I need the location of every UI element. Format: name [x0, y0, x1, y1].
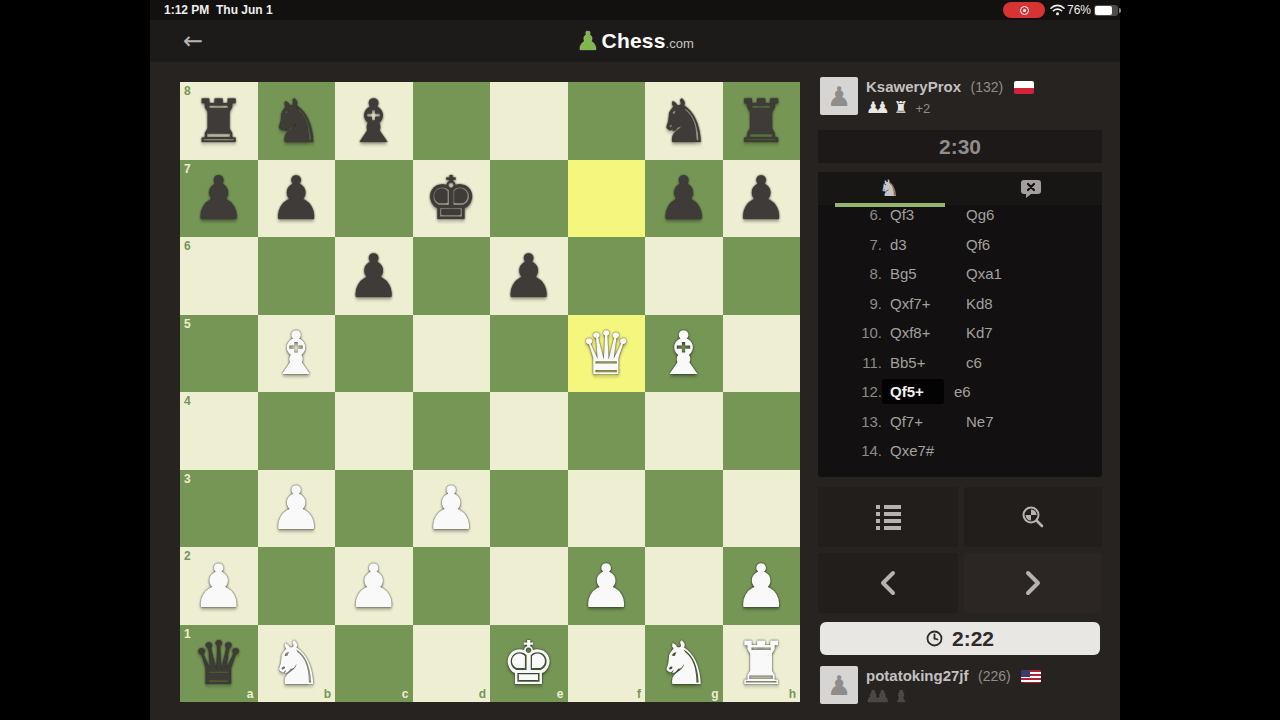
- square-h2[interactable]: ♟: [723, 547, 801, 625]
- black-move-10[interactable]: Kd7: [966, 324, 993, 341]
- next-move-button[interactable]: [964, 553, 1102, 613]
- captured-white-rook: ♜: [894, 98, 903, 117]
- move-number: 7.: [818, 236, 882, 253]
- square-b7[interactable]: ♟: [258, 160, 336, 238]
- square-e2[interactable]: [490, 547, 568, 625]
- black-queen-a1: ♛: [192, 633, 246, 693]
- white-move-11[interactable]: Bb5+: [890, 354, 966, 371]
- white-move-14[interactable]: Qxe7#: [890, 442, 966, 459]
- square-h4[interactable]: [723, 392, 801, 470]
- battery-nub: [1119, 8, 1121, 13]
- battery-percent: 76%: [1067, 3, 1091, 17]
- square-e3[interactable]: [490, 470, 568, 548]
- square-e5[interactable]: [490, 315, 568, 393]
- black-pawn-e6: ♟: [502, 246, 556, 306]
- square-d3[interactable]: ♟: [413, 470, 491, 548]
- top-player-captured: ♟♟♜ +2: [866, 99, 930, 117]
- file-label-g: g: [711, 687, 718, 701]
- avatar-pawn-icon: ♟: [827, 83, 851, 110]
- move-row-8: 8.Bg5Qxa1: [818, 259, 1102, 289]
- clock-icon: [926, 630, 943, 647]
- panel-tabs: ♞: [818, 172, 1102, 205]
- black-bishop-c8: ♝: [347, 91, 401, 151]
- square-d4[interactable]: [413, 392, 491, 470]
- square-b1[interactable]: b♞: [258, 625, 336, 703]
- top-player-rating: (132): [971, 79, 1004, 95]
- square-b8[interactable]: ♞: [258, 82, 336, 160]
- logo-text: Chess: [602, 29, 666, 53]
- avatar-bottom-player[interactable]: ♟: [820, 666, 858, 704]
- square-b5[interactable]: ♝: [258, 315, 336, 393]
- bottom-player-row[interactable]: potatoking27jf (226): [866, 667, 1041, 685]
- square-h5[interactable]: [723, 315, 801, 393]
- chess-board: 8♜♞♝♞♜7♟♟♚♟♟6♟♟5♝♛♝43♟♟2♟♟♟♟1a♛b♞cde♚fg♞…: [180, 82, 800, 702]
- square-h7[interactable]: ♟: [723, 160, 801, 238]
- square-b4[interactable]: [258, 392, 336, 470]
- knight-icon: ♞: [879, 177, 900, 200]
- move-list: 6.Qf3Qg67.d3Qf68.Bg5Qxa19.Qxf7+Kd810.Qxf…: [818, 200, 1102, 466]
- black-king-d7: ♚: [424, 168, 478, 228]
- list-icon: [876, 505, 901, 530]
- status-bar: 1:12 PM Thu Jun 1 76%: [150, 0, 1120, 20]
- square-c6[interactable]: ♟: [335, 237, 413, 315]
- white-move-7[interactable]: d3: [890, 236, 966, 253]
- square-e6[interactable]: ♟: [490, 237, 568, 315]
- square-a2[interactable]: 2♟: [180, 547, 258, 625]
- previous-move-button[interactable]: [818, 553, 958, 613]
- white-move-13[interactable]: Qf7+: [890, 413, 966, 430]
- square-c8[interactable]: ♝: [335, 82, 413, 160]
- rank-label-3: 3: [184, 472, 191, 486]
- square-h3[interactable]: [723, 470, 801, 548]
- square-a1[interactable]: 1a♛: [180, 625, 258, 703]
- white-pawn-h2: ♟: [734, 556, 788, 616]
- black-move-8[interactable]: Qxa1: [966, 265, 1002, 282]
- square-g1[interactable]: g♞: [645, 625, 723, 703]
- white-pawn-a2: ♟: [192, 556, 246, 616]
- white-king-e1: ♚: [502, 633, 556, 693]
- square-f6[interactable]: [568, 237, 646, 315]
- square-c7[interactable]: [335, 160, 413, 238]
- square-a7[interactable]: 7♟: [180, 160, 258, 238]
- square-e4[interactable]: [490, 392, 568, 470]
- tab-moves[interactable]: ♞: [818, 172, 960, 205]
- move-row-7: 7.d3Qf6: [818, 230, 1102, 260]
- chevron-right-icon: [1024, 570, 1042, 596]
- square-c4[interactable]: [335, 392, 413, 470]
- avatar-top-player[interactable]: ♟: [820, 77, 858, 115]
- black-move-9[interactable]: Kd8: [966, 295, 993, 312]
- black-pawn-c6: ♟: [347, 246, 401, 306]
- file-label-d: d: [479, 687, 486, 701]
- black-knight-b8: ♞: [269, 91, 323, 151]
- status-time: 1:12 PM: [164, 3, 209, 17]
- square-a5[interactable]: 5: [180, 315, 258, 393]
- black-move-11[interactable]: c6: [966, 354, 982, 371]
- move-number: 14.: [818, 442, 882, 459]
- move-row-14: 14.Qxe7#: [818, 436, 1102, 466]
- move-number: 10.: [818, 324, 882, 341]
- bottom-clock-time: 2:22: [952, 627, 994, 651]
- move-number: 6.: [818, 206, 882, 223]
- captured-black-pawns: ♟♟: [866, 687, 885, 706]
- wifi-icon: [1050, 4, 1065, 16]
- black-pawn-h7: ♟: [734, 168, 788, 228]
- top-player-name: KsaweryProx: [866, 78, 961, 95]
- square-a8[interactable]: 8♜: [180, 82, 258, 160]
- white-bishop-b5: ♝: [269, 323, 323, 383]
- black-knight-g8: ♞: [657, 91, 711, 151]
- moves-panel: 6.Qf3Qg67.d3Qf68.Bg5Qxa19.Qxf7+Kd810.Qxf…: [818, 172, 1102, 477]
- top-player-row[interactable]: KsaweryProx (132): [866, 78, 1034, 96]
- black-pawn-g7: ♟: [657, 168, 711, 228]
- move-row-9: 9.Qxf7+Kd8: [818, 289, 1102, 319]
- app-header: ← ♟ Chess .com: [150, 20, 1120, 62]
- black-pawn-b7: ♟: [269, 168, 323, 228]
- black-move-7[interactable]: Qf6: [966, 236, 990, 253]
- rank-label-6: 6: [184, 239, 191, 253]
- square-c5[interactable]: [335, 315, 413, 393]
- square-d7[interactable]: ♚: [413, 160, 491, 238]
- bottom-player-clock: 2:22: [820, 622, 1100, 655]
- move-number: 13.: [818, 413, 882, 430]
- white-move-6[interactable]: Qf3: [890, 206, 966, 223]
- square-a3[interactable]: 3: [180, 470, 258, 548]
- black-rook-a8: ♜: [192, 91, 246, 151]
- square-d1[interactable]: d: [413, 625, 491, 703]
- white-move-9[interactable]: Qxf7+: [890, 295, 966, 312]
- black-pawn-a7: ♟: [192, 168, 246, 228]
- square-h1[interactable]: h♜: [723, 625, 801, 703]
- square-g7[interactable]: ♟: [645, 160, 723, 238]
- screen: 1:12 PM Thu Jun 1 76% ← ♟ Chess .com: [0, 0, 1280, 720]
- rank-label-8: 8: [184, 84, 191, 98]
- chesscom-logo: ♟ Chess .com: [150, 25, 1120, 57]
- square-a4[interactable]: 4: [180, 392, 258, 470]
- top-player-clock: 2:30: [818, 130, 1102, 163]
- square-c1[interactable]: c: [335, 625, 413, 703]
- rank-label-7: 7: [184, 162, 191, 176]
- square-g3[interactable]: [645, 470, 723, 548]
- white-move-12[interactable]: Qf5+: [882, 379, 944, 404]
- square-b6[interactable]: [258, 237, 336, 315]
- record-icon: [1020, 6, 1029, 15]
- logo-pawn-icon: ♟: [576, 28, 599, 54]
- move-number: 9.: [818, 295, 882, 312]
- square-a6[interactable]: 6: [180, 237, 258, 315]
- move-row-11: 11.Bb5+c6: [818, 348, 1102, 378]
- white-pawn-f2: ♟: [579, 556, 633, 616]
- top-clock-time: 2:30: [939, 135, 981, 159]
- black-move-12[interactable]: e6: [954, 383, 971, 400]
- rank-label-1: 1: [184, 627, 191, 641]
- white-pawn-d3: ♟: [424, 478, 478, 538]
- square-e8[interactable]: [490, 82, 568, 160]
- tab-chat-disabled[interactable]: [960, 172, 1102, 205]
- square-g2[interactable]: [645, 547, 723, 625]
- usa-flag-icon: [1021, 670, 1041, 683]
- square-g5[interactable]: ♝: [645, 315, 723, 393]
- black-move-13[interactable]: Ne7: [966, 413, 994, 430]
- square-b3[interactable]: ♟: [258, 470, 336, 548]
- rank-label-2: 2: [184, 549, 191, 563]
- white-pawn-b3: ♟: [269, 478, 323, 538]
- material-advantage: +2: [915, 101, 930, 116]
- bottom-player-captured: ♟♟♝: [866, 688, 903, 706]
- white-move-10[interactable]: Qxf8+: [890, 324, 966, 341]
- move-number: 11.: [818, 354, 882, 371]
- square-g8[interactable]: ♞: [645, 82, 723, 160]
- move-row-12: 12.Qf5+e6: [818, 377, 1102, 407]
- chat-x-icon: [1020, 179, 1042, 199]
- moves-tab-underline: [835, 203, 945, 207]
- black-move-6[interactable]: Qg6: [966, 206, 994, 223]
- square-b2[interactable]: [258, 547, 336, 625]
- file-label-b: b: [324, 687, 331, 701]
- square-f8[interactable]: [568, 82, 646, 160]
- white-rook-h1: ♜: [734, 633, 788, 693]
- captured-black-bishop: ♝: [894, 687, 903, 706]
- white-bishop-g5: ♝: [657, 323, 711, 383]
- analysis-button[interactable]: [964, 487, 1102, 547]
- screen-record-indicator[interactable]: [1003, 2, 1045, 18]
- battery-icon: [1094, 5, 1118, 16]
- rank-label-4: 4: [184, 394, 191, 408]
- logo-suffix: .com: [666, 36, 694, 51]
- square-e1[interactable]: e♚: [490, 625, 568, 703]
- square-h6[interactable]: [723, 237, 801, 315]
- square-f4[interactable]: [568, 392, 646, 470]
- captured-white-pawns: ♟♟: [866, 98, 885, 117]
- square-f5[interactable]: ♛: [568, 315, 646, 393]
- white-knight-g1: ♞: [657, 633, 711, 693]
- square-c3[interactable]: [335, 470, 413, 548]
- black-rook-h8: ♜: [734, 91, 788, 151]
- bottom-player-name: potatoking27jf: [866, 667, 969, 684]
- white-queen-f5: ♛: [579, 323, 633, 383]
- square-c2[interactable]: ♟: [335, 547, 413, 625]
- rank-label-5: 5: [184, 317, 191, 331]
- move-number: 12.: [818, 383, 882, 400]
- file-label-e: e: [557, 687, 564, 701]
- chess-app: 1:12 PM Thu Jun 1 76% ← ♟ Chess .com: [150, 0, 1120, 720]
- square-f2[interactable]: ♟: [568, 547, 646, 625]
- file-label-f: f: [637, 687, 641, 701]
- avatar-pawn-icon: ♟: [827, 672, 851, 699]
- magnifier-icon: [1020, 504, 1046, 530]
- chevron-left-icon: [879, 570, 897, 596]
- file-label-a: a: [247, 687, 254, 701]
- status-date: Thu Jun 1: [216, 3, 273, 17]
- file-label-h: h: [789, 687, 796, 701]
- bottom-player-rating: (226): [978, 668, 1011, 684]
- square-f3[interactable]: [568, 470, 646, 548]
- square-f7[interactable]: [568, 160, 646, 238]
- square-f1[interactable]: f: [568, 625, 646, 703]
- move-row-13: 13.Qf7+Ne7: [818, 407, 1102, 437]
- square-d5[interactable]: [413, 315, 491, 393]
- poland-flag-icon: [1014, 81, 1034, 94]
- square-d6[interactable]: [413, 237, 491, 315]
- move-row-10: 10.Qxf8+Kd7: [818, 318, 1102, 348]
- move-number: 8.: [818, 265, 882, 282]
- square-d2[interactable]: [413, 547, 491, 625]
- file-label-c: c: [402, 687, 409, 701]
- square-h8[interactable]: ♜: [723, 82, 801, 160]
- white-move-8[interactable]: Bg5: [890, 265, 966, 282]
- square-g6[interactable]: [645, 237, 723, 315]
- move-list-button[interactable]: [818, 487, 958, 547]
- white-knight-b1: ♞: [269, 633, 323, 693]
- square-e7[interactable]: [490, 160, 568, 238]
- square-g4[interactable]: [645, 392, 723, 470]
- white-pawn-c2: ♟: [347, 556, 401, 616]
- square-d8[interactable]: [413, 82, 491, 160]
